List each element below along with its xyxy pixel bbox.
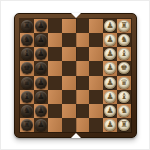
black-knight-glyph: ♞ — [23, 106, 30, 114]
square-r2c5 — [76, 33, 90, 47]
square-r2c8: ♞ — [117, 33, 131, 47]
piece-black-queen: ♛ — [21, 77, 33, 89]
black-knight-glyph: ♞ — [23, 36, 30, 44]
square-r1c3 — [48, 19, 62, 33]
square-r3c1: ♝ — [20, 47, 34, 61]
square-r5c6 — [89, 76, 103, 90]
square-r8c6 — [89, 118, 103, 132]
square-r5c1: ♛ — [20, 76, 34, 90]
piece-white-pawn: ♟ — [104, 48, 116, 60]
piece-white-pawn: ♟ — [104, 105, 116, 117]
square-r2c1: ♞ — [20, 33, 34, 47]
square-r5c3 — [48, 76, 62, 90]
square-r4c5 — [76, 61, 90, 75]
piece-white-pawn: ♟ — [104, 20, 116, 32]
piece-black-pawn: ♟ — [35, 105, 47, 117]
chess-board: ♜♟♟♜♞♟♟♞♝♟♟♝♚♟♟♚♛♟♟♛♝♟♟♝♞♟♟♞♜♟♟♜ — [14, 13, 137, 138]
black-king-glyph: ♚ — [23, 64, 30, 72]
square-r6c1: ♝ — [20, 90, 34, 104]
square-r7c4 — [62, 104, 76, 118]
square-r3c8: ♝ — [117, 47, 131, 61]
white-pawn-glyph: ♟ — [107, 106, 114, 114]
square-r7c7: ♟ — [103, 104, 117, 118]
black-pawn-glyph: ♟ — [37, 120, 44, 128]
piece-black-pawn: ♟ — [35, 77, 47, 89]
black-queen-glyph: ♛ — [23, 78, 30, 86]
square-r8c8: ♜ — [117, 118, 131, 132]
white-pawn-glyph: ♟ — [107, 22, 114, 30]
white-knight-glyph: ♞ — [120, 106, 127, 114]
white-pawn-glyph: ♟ — [107, 78, 114, 86]
piece-black-pawn: ♟ — [35, 119, 47, 131]
square-r8c1: ♜ — [20, 118, 34, 132]
square-r2c2: ♟ — [34, 33, 48, 47]
piece-black-pawn: ♟ — [35, 91, 47, 103]
square-r6c8: ♝ — [117, 90, 131, 104]
piece-black-pawn: ♟ — [35, 48, 47, 60]
square-r4c4 — [62, 61, 76, 75]
square-r1c1: ♜ — [20, 19, 34, 33]
piece-white-bishop: ♝ — [118, 91, 130, 103]
piece-white-knight: ♞ — [118, 34, 130, 46]
white-pawn-glyph: ♟ — [107, 92, 114, 100]
white-pawn-glyph: ♟ — [107, 64, 114, 72]
square-r3c7: ♟ — [103, 47, 117, 61]
piece-black-pawn: ♟ — [35, 20, 47, 32]
square-r7c2: ♟ — [34, 104, 48, 118]
black-pawn-glyph: ♟ — [37, 22, 44, 30]
square-r5c4 — [62, 76, 76, 90]
square-r1c5 — [76, 19, 90, 33]
black-bishop-glyph: ♝ — [23, 92, 30, 100]
square-r7c3 — [48, 104, 62, 118]
square-r5c2: ♟ — [34, 76, 48, 90]
piece-white-pawn: ♟ — [104, 77, 116, 89]
square-r4c1: ♚ — [20, 61, 34, 75]
piece-black-rook: ♜ — [21, 20, 33, 32]
square-r4c8: ♚ — [117, 61, 131, 75]
piece-black-knight: ♞ — [21, 105, 33, 117]
square-r1c8: ♜ — [117, 19, 131, 33]
square-r6c6 — [89, 90, 103, 104]
black-pawn-glyph: ♟ — [37, 78, 44, 86]
hinge-notch-top — [71, 13, 81, 18]
black-pawn-glyph: ♟ — [37, 92, 44, 100]
square-r6c7: ♟ — [103, 90, 117, 104]
square-r2c4 — [62, 33, 76, 47]
piece-black-knight: ♞ — [21, 34, 33, 46]
square-r2c6 — [89, 33, 103, 47]
piece-white-pawn: ♟ — [104, 62, 116, 74]
piece-black-pawn: ♟ — [35, 34, 47, 46]
white-bishop-glyph: ♝ — [120, 92, 127, 100]
square-r1c6 — [89, 19, 103, 33]
piece-white-bishop: ♝ — [118, 48, 130, 60]
square-r8c2: ♟ — [34, 118, 48, 132]
square-r5c8: ♛ — [117, 76, 131, 90]
product-photo: ♜♟♟♜♞♟♟♞♝♟♟♝♚♟♟♚♛♟♟♛♝♟♟♝♞♟♟♞♜♟♟♜ — [0, 0, 150, 150]
piece-white-pawn: ♟ — [104, 119, 116, 131]
black-rook-glyph: ♜ — [23, 22, 30, 30]
square-r7c1: ♞ — [20, 104, 34, 118]
square-r7c8: ♞ — [117, 104, 131, 118]
square-r7c6 — [89, 104, 103, 118]
square-r1c4 — [62, 19, 76, 33]
black-bishop-glyph: ♝ — [23, 50, 30, 58]
white-rook-glyph: ♜ — [120, 22, 127, 30]
black-rook-glyph: ♜ — [23, 120, 30, 128]
piece-white-king: ♚ — [118, 62, 130, 74]
square-r3c2: ♟ — [34, 47, 48, 61]
square-r8c5 — [76, 118, 90, 132]
hinge-notch-bottom — [71, 133, 81, 138]
piece-black-bishop: ♝ — [21, 91, 33, 103]
square-r2c3 — [48, 33, 62, 47]
square-r6c4 — [62, 90, 76, 104]
square-r6c5 — [76, 90, 90, 104]
piece-white-rook: ♜ — [118, 119, 130, 131]
square-r8c7: ♟ — [103, 118, 117, 132]
piece-white-pawn: ♟ — [104, 34, 116, 46]
square-r4c6 — [89, 61, 103, 75]
piece-white-rook: ♜ — [118, 20, 130, 32]
square-r4c3 — [48, 61, 62, 75]
white-pawn-glyph: ♟ — [107, 120, 114, 128]
piece-black-rook: ♜ — [21, 119, 33, 131]
white-pawn-glyph: ♟ — [107, 36, 114, 44]
piece-black-bishop: ♝ — [21, 48, 33, 60]
square-r7c5 — [76, 104, 90, 118]
white-knight-glyph: ♞ — [120, 36, 127, 44]
square-r4c2: ♟ — [34, 61, 48, 75]
square-r3c5 — [76, 47, 90, 61]
square-r1c2: ♟ — [34, 19, 48, 33]
black-pawn-glyph: ♟ — [37, 50, 44, 58]
square-r8c3 — [48, 118, 62, 132]
square-r8c4 — [62, 118, 76, 132]
fold-seam — [76, 18, 77, 133]
square-r5c5 — [76, 76, 90, 90]
square-r4c7: ♟ — [103, 61, 117, 75]
square-r3c4 — [62, 47, 76, 61]
piece-black-pawn: ♟ — [35, 62, 47, 74]
white-king-glyph: ♚ — [120, 64, 127, 72]
square-r3c3 — [48, 47, 62, 61]
black-pawn-glyph: ♟ — [37, 36, 44, 44]
black-pawn-glyph: ♟ — [37, 64, 44, 72]
white-queen-glyph: ♛ — [120, 78, 127, 86]
square-r2c7: ♟ — [103, 33, 117, 47]
white-rook-glyph: ♜ — [120, 120, 127, 128]
white-pawn-glyph: ♟ — [107, 50, 114, 58]
square-r6c2: ♟ — [34, 90, 48, 104]
piece-white-pawn: ♟ — [104, 91, 116, 103]
white-bishop-glyph: ♝ — [120, 50, 127, 58]
piece-black-king: ♚ — [21, 62, 33, 74]
piece-white-queen: ♛ — [118, 77, 130, 89]
black-pawn-glyph: ♟ — [37, 106, 44, 114]
piece-white-knight: ♞ — [118, 105, 130, 117]
square-r3c6 — [89, 47, 103, 61]
square-r5c7: ♟ — [103, 76, 117, 90]
square-r1c7: ♟ — [103, 19, 117, 33]
square-r6c3 — [48, 90, 62, 104]
